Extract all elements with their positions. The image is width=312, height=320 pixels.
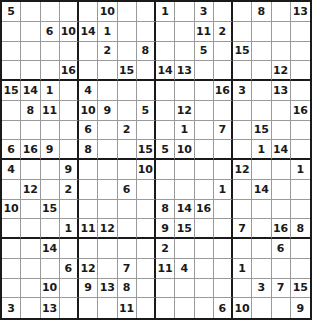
cell-r2c5-given: 14 bbox=[79, 22, 98, 42]
cell-r6c3-given: 11 bbox=[41, 101, 60, 121]
cell-r2c6-given: 1 bbox=[98, 22, 117, 42]
cell-r10c13-empty[interactable] bbox=[233, 180, 252, 200]
cell-r9c3-empty[interactable] bbox=[41, 160, 60, 180]
cell-r1c9-given: 1 bbox=[156, 2, 175, 22]
cell-r16c9-empty[interactable] bbox=[156, 298, 175, 318]
cell-r11c16-empty[interactable] bbox=[291, 200, 310, 220]
cell-r15c14-given: 3 bbox=[252, 279, 271, 299]
cell-r14c8-empty[interactable] bbox=[137, 259, 156, 279]
cell-r1c3-empty[interactable] bbox=[41, 2, 60, 22]
cell-r4c14-empty[interactable] bbox=[252, 61, 271, 81]
cell-r14c5-given: 12 bbox=[79, 259, 98, 279]
cell-r7c1-empty[interactable] bbox=[2, 121, 21, 141]
cell-r7c10-given: 1 bbox=[175, 121, 194, 141]
cell-r13c10-empty[interactable] bbox=[175, 239, 194, 259]
cell-r1c11-given: 3 bbox=[195, 2, 214, 22]
cell-r4c13-empty[interactable] bbox=[233, 61, 252, 81]
cell-r14c6-empty[interactable] bbox=[98, 259, 117, 279]
cell-r9c7-empty[interactable] bbox=[118, 160, 137, 180]
cell-r16c4-empty[interactable] bbox=[60, 298, 79, 318]
cell-r15c2-empty[interactable] bbox=[21, 279, 40, 299]
cell-r16c3-given: 13 bbox=[41, 298, 60, 318]
cell-r16c7-given: 11 bbox=[118, 298, 137, 318]
cell-r14c4-given: 6 bbox=[60, 259, 79, 279]
cell-r1c12-empty[interactable] bbox=[214, 2, 233, 22]
cell-r9c10-empty[interactable] bbox=[175, 160, 194, 180]
cell-r10c1-empty[interactable] bbox=[2, 180, 21, 200]
cell-r6c15-empty[interactable] bbox=[272, 101, 291, 121]
cell-r6c11-empty[interactable] bbox=[195, 101, 214, 121]
cell-r11c12-empty[interactable] bbox=[214, 200, 233, 220]
cell-r2c12-given: 2 bbox=[214, 22, 233, 42]
cell-r4c10-given: 13 bbox=[175, 61, 194, 81]
cell-r1c15-empty[interactable] bbox=[272, 2, 291, 22]
cell-r5c11-empty[interactable] bbox=[195, 81, 214, 101]
cell-r3c5-empty[interactable] bbox=[79, 42, 98, 62]
cell-r16c12-given: 6 bbox=[214, 298, 233, 318]
cell-r11c3-given: 15 bbox=[41, 200, 60, 220]
cell-r2c13-empty[interactable] bbox=[233, 22, 252, 42]
cell-r13c11-empty[interactable] bbox=[195, 239, 214, 259]
cell-r13c13-empty[interactable] bbox=[233, 239, 252, 259]
cell-r2c8-empty[interactable] bbox=[137, 22, 156, 42]
cell-r11c14-empty[interactable] bbox=[252, 200, 271, 220]
cell-r13c9-given: 2 bbox=[156, 239, 175, 259]
cell-r14c11-empty[interactable] bbox=[195, 259, 214, 279]
cell-r4c6-empty[interactable] bbox=[98, 61, 117, 81]
cell-r15c16-given: 15 bbox=[291, 279, 310, 299]
cell-r9c12-empty[interactable] bbox=[214, 160, 233, 180]
cell-r7c3-empty[interactable] bbox=[41, 121, 60, 141]
cell-r10c14-given: 14 bbox=[252, 180, 271, 200]
cell-r11c10-given: 14 bbox=[175, 200, 194, 220]
cell-r15c5-given: 9 bbox=[79, 279, 98, 299]
cell-r15c6-given: 13 bbox=[98, 279, 117, 299]
cell-r9c4-given: 9 bbox=[60, 160, 79, 180]
cell-r13c15-given: 6 bbox=[272, 239, 291, 259]
cell-r3c11-given: 5 bbox=[195, 42, 214, 62]
cell-r11c6-empty[interactable] bbox=[98, 200, 117, 220]
cell-r6c5-given: 10 bbox=[79, 101, 98, 121]
cell-r10c3-empty[interactable] bbox=[41, 180, 60, 200]
cell-r5c12-given: 16 bbox=[214, 81, 233, 101]
cell-r10c7-given: 6 bbox=[118, 180, 137, 200]
cell-r1c14-given: 8 bbox=[252, 2, 271, 22]
cell-r9c16-given: 1 bbox=[291, 160, 310, 180]
cell-r15c13-empty[interactable] bbox=[233, 279, 252, 299]
cell-r4c2-empty[interactable] bbox=[21, 61, 40, 81]
cell-r15c10-empty[interactable] bbox=[175, 279, 194, 299]
cell-r7c16-empty[interactable] bbox=[291, 121, 310, 141]
cell-r9c5-empty[interactable] bbox=[79, 160, 98, 180]
cell-r7c14-given: 15 bbox=[252, 121, 271, 141]
cell-r15c8-empty[interactable] bbox=[137, 279, 156, 299]
cell-r7c13-empty[interactable] bbox=[233, 121, 252, 141]
cell-r5c3-given: 1 bbox=[41, 81, 60, 101]
cell-r5c1-given: 15 bbox=[2, 81, 21, 101]
cell-r5c9-empty[interactable] bbox=[156, 81, 175, 101]
cell-r14c2-empty[interactable] bbox=[21, 259, 40, 279]
cell-r8c2-given: 16 bbox=[21, 140, 40, 160]
cell-r4c9-given: 14 bbox=[156, 61, 175, 81]
cell-r14c14-empty[interactable] bbox=[252, 259, 271, 279]
cell-r15c12-empty[interactable] bbox=[214, 279, 233, 299]
cell-r4c8-empty[interactable] bbox=[137, 61, 156, 81]
cell-r3c8-given: 8 bbox=[137, 42, 156, 62]
cell-r1c6-given: 10 bbox=[98, 2, 117, 22]
cell-r13c7-empty[interactable] bbox=[118, 239, 137, 259]
cell-r13c2-empty[interactable] bbox=[21, 239, 40, 259]
cell-r6c14-empty[interactable] bbox=[252, 101, 271, 121]
cell-r6c10-given: 12 bbox=[175, 101, 194, 121]
cell-r8c4-empty[interactable] bbox=[60, 140, 79, 160]
cell-r1c4-empty[interactable] bbox=[60, 2, 79, 22]
cell-r10c15-empty[interactable] bbox=[272, 180, 291, 200]
cell-r12c8-empty[interactable] bbox=[137, 219, 156, 239]
cell-r11c2-empty[interactable] bbox=[21, 200, 40, 220]
cell-r8c11-empty[interactable] bbox=[195, 140, 214, 160]
cell-r2c3-given: 6 bbox=[41, 22, 60, 42]
cell-r12c4-given: 1 bbox=[60, 219, 79, 239]
cell-r6c4-empty[interactable] bbox=[60, 101, 79, 121]
cell-r5c8-empty[interactable] bbox=[137, 81, 156, 101]
cell-r16c10-empty[interactable] bbox=[175, 298, 194, 318]
cell-r13c16-empty[interactable] bbox=[291, 239, 310, 259]
cell-r2c14-empty[interactable] bbox=[252, 22, 271, 42]
cell-r4c7-given: 15 bbox=[118, 61, 137, 81]
cell-r15c7-given: 8 bbox=[118, 279, 137, 299]
cell-r10c8-empty[interactable] bbox=[137, 180, 156, 200]
cell-r9c6-empty[interactable] bbox=[98, 160, 117, 180]
cell-r9c9-empty[interactable] bbox=[156, 160, 175, 180]
cell-r5c10-empty[interactable] bbox=[175, 81, 194, 101]
cell-r4c12-empty[interactable] bbox=[214, 61, 233, 81]
cell-r6c12-empty[interactable] bbox=[214, 101, 233, 121]
cell-r7c11-empty[interactable] bbox=[195, 121, 214, 141]
cell-r12c14-empty[interactable] bbox=[252, 219, 271, 239]
cell-r6c6-given: 9 bbox=[98, 101, 117, 121]
cell-r2c1-empty[interactable] bbox=[2, 22, 21, 42]
cell-r9c2-empty[interactable] bbox=[21, 160, 40, 180]
cell-r12c7-empty[interactable] bbox=[118, 219, 137, 239]
cell-r10c12-given: 1 bbox=[214, 180, 233, 200]
cell-r3c16-empty[interactable] bbox=[291, 42, 310, 62]
cell-r1c16-given: 13 bbox=[291, 2, 310, 22]
cell-r15c3-given: 10 bbox=[41, 279, 60, 299]
cell-r14c9-given: 11 bbox=[156, 259, 175, 279]
cell-r10c5-empty[interactable] bbox=[79, 180, 98, 200]
cell-r15c9-empty[interactable] bbox=[156, 279, 175, 299]
cell-r11c9-given: 8 bbox=[156, 200, 175, 220]
cell-r16c15-empty[interactable] bbox=[272, 298, 291, 318]
cell-r2c16-empty[interactable] bbox=[291, 22, 310, 42]
cell-r12c5-given: 11 bbox=[79, 219, 98, 239]
cell-r5c13-given: 3 bbox=[233, 81, 252, 101]
cell-r16c16-given: 9 bbox=[291, 298, 310, 318]
cell-r8c10-given: 10 bbox=[175, 140, 194, 160]
cell-r11c5-empty[interactable] bbox=[79, 200, 98, 220]
cell-r8c9-given: 5 bbox=[156, 140, 175, 160]
cell-r12c10-given: 15 bbox=[175, 219, 194, 239]
cell-r16c6-empty[interactable] bbox=[98, 298, 117, 318]
cell-r12c1-empty[interactable] bbox=[2, 219, 21, 239]
cell-r13c5-empty[interactable] bbox=[79, 239, 98, 259]
cell-r3c9-empty[interactable] bbox=[156, 42, 175, 62]
cell-r15c11-empty[interactable] bbox=[195, 279, 214, 299]
cell-r11c4-empty[interactable] bbox=[60, 200, 79, 220]
sudoku-board: 5101381361014111228515161514131215141416… bbox=[0, 0, 312, 320]
cell-r15c15-given: 7 bbox=[272, 279, 291, 299]
cell-r10c10-empty[interactable] bbox=[175, 180, 194, 200]
cell-r3c6-given: 2 bbox=[98, 42, 117, 62]
cell-r9c8-given: 10 bbox=[137, 160, 156, 180]
cell-r13c8-empty[interactable] bbox=[137, 239, 156, 259]
cell-r14c7-given: 7 bbox=[118, 259, 137, 279]
cell-r14c10-given: 4 bbox=[175, 259, 194, 279]
cell-r2c7-empty[interactable] bbox=[118, 22, 137, 42]
cell-r14c13-given: 1 bbox=[233, 259, 252, 279]
cell-r14c1-empty[interactable] bbox=[2, 259, 21, 279]
cell-r8c14-given: 1 bbox=[252, 140, 271, 160]
cell-r9c15-empty[interactable] bbox=[272, 160, 291, 180]
cell-r11c8-empty[interactable] bbox=[137, 200, 156, 220]
cell-r3c4-empty[interactable] bbox=[60, 42, 79, 62]
cell-r10c9-empty[interactable] bbox=[156, 180, 175, 200]
cell-r5c6-empty[interactable] bbox=[98, 81, 117, 101]
cell-r2c15-empty[interactable] bbox=[272, 22, 291, 42]
cell-r3c3-empty[interactable] bbox=[41, 42, 60, 62]
cell-r3c10-empty[interactable] bbox=[175, 42, 194, 62]
cell-r6c13-empty[interactable] bbox=[233, 101, 252, 121]
cell-r12c11-empty[interactable] bbox=[195, 219, 214, 239]
cell-r13c3-given: 14 bbox=[41, 239, 60, 259]
cell-r14c15-empty[interactable] bbox=[272, 259, 291, 279]
cell-r12c2-empty[interactable] bbox=[21, 219, 40, 239]
cell-r5c4-empty[interactable] bbox=[60, 81, 79, 101]
cell-r1c7-empty[interactable] bbox=[118, 2, 137, 22]
cell-r6c9-empty[interactable] bbox=[156, 101, 175, 121]
cell-r8c13-empty[interactable] bbox=[233, 140, 252, 160]
cell-r10c16-empty[interactable] bbox=[291, 180, 310, 200]
cell-r1c13-empty[interactable] bbox=[233, 2, 252, 22]
cell-r3c12-empty[interactable] bbox=[214, 42, 233, 62]
cell-r7c7-given: 2 bbox=[118, 121, 137, 141]
cell-r3c15-empty[interactable] bbox=[272, 42, 291, 62]
cell-r4c1-empty[interactable] bbox=[2, 61, 21, 81]
cell-r12c9-given: 9 bbox=[156, 219, 175, 239]
cell-r12c15-given: 16 bbox=[272, 219, 291, 239]
cell-r12c12-empty[interactable] bbox=[214, 219, 233, 239]
cell-r16c2-empty[interactable] bbox=[21, 298, 40, 318]
cell-r4c4-given: 16 bbox=[60, 61, 79, 81]
cell-r8c16-empty[interactable] bbox=[291, 140, 310, 160]
cell-r2c2-empty[interactable] bbox=[21, 22, 40, 42]
cell-r15c1-empty[interactable] bbox=[2, 279, 21, 299]
cell-r7c6-empty[interactable] bbox=[98, 121, 117, 141]
cell-r8c1-given: 6 bbox=[2, 140, 21, 160]
cell-r4c5-empty[interactable] bbox=[79, 61, 98, 81]
cell-r12c3-empty[interactable] bbox=[41, 219, 60, 239]
cell-r11c15-empty[interactable] bbox=[272, 200, 291, 220]
cell-r7c9-empty[interactable] bbox=[156, 121, 175, 141]
cell-r2c10-empty[interactable] bbox=[175, 22, 194, 42]
cell-r11c7-empty[interactable] bbox=[118, 200, 137, 220]
cell-r7c4-empty[interactable] bbox=[60, 121, 79, 141]
cell-r3c13-given: 15 bbox=[233, 42, 252, 62]
cell-r3c1-empty[interactable] bbox=[2, 42, 21, 62]
cell-r11c13-empty[interactable] bbox=[233, 200, 252, 220]
cell-r7c15-empty[interactable] bbox=[272, 121, 291, 141]
cell-r1c8-empty[interactable] bbox=[137, 2, 156, 22]
cell-r16c11-empty[interactable] bbox=[195, 298, 214, 318]
cell-r5c2-given: 14 bbox=[21, 81, 40, 101]
cell-r11c1-given: 10 bbox=[2, 200, 21, 220]
cell-r2c11-given: 11 bbox=[195, 22, 214, 42]
cell-r10c4-given: 2 bbox=[60, 180, 79, 200]
cell-r5c14-empty[interactable] bbox=[252, 81, 271, 101]
cell-r2c9-empty[interactable] bbox=[156, 22, 175, 42]
cell-r13c6-empty[interactable] bbox=[98, 239, 117, 259]
cell-r9c13-given: 12 bbox=[233, 160, 252, 180]
cell-r8c6-empty[interactable] bbox=[98, 140, 117, 160]
cell-r4c11-empty[interactable] bbox=[195, 61, 214, 81]
cell-r5c7-empty[interactable] bbox=[118, 81, 137, 101]
cell-r10c2-given: 12 bbox=[21, 180, 40, 200]
cell-r6c1-empty[interactable] bbox=[2, 101, 21, 121]
cell-r1c10-empty[interactable] bbox=[175, 2, 194, 22]
cell-r11c11-given: 16 bbox=[195, 200, 214, 220]
cell-r13c4-empty[interactable] bbox=[60, 239, 79, 259]
cell-r6c2-given: 8 bbox=[21, 101, 40, 121]
cell-r3c7-empty[interactable] bbox=[118, 42, 137, 62]
cell-r2c4-given: 10 bbox=[60, 22, 79, 42]
cell-r7c12-given: 7 bbox=[214, 121, 233, 141]
cell-r8c15-given: 14 bbox=[272, 140, 291, 160]
cell-r4c3-empty[interactable] bbox=[41, 61, 60, 81]
cell-r7c2-empty[interactable] bbox=[21, 121, 40, 141]
cell-r7c8-empty[interactable] bbox=[137, 121, 156, 141]
cell-r5c15-given: 13 bbox=[272, 81, 291, 101]
cell-r8c12-empty[interactable] bbox=[214, 140, 233, 160]
cell-r8c8-given: 15 bbox=[137, 140, 156, 160]
cell-r14c16-empty[interactable] bbox=[291, 259, 310, 279]
cell-r12c16-given: 8 bbox=[291, 219, 310, 239]
cell-r10c6-empty[interactable] bbox=[98, 180, 117, 200]
cell-r16c14-empty[interactable] bbox=[252, 298, 271, 318]
cell-r6c7-empty[interactable] bbox=[118, 101, 137, 121]
cell-r16c1-given: 3 bbox=[2, 298, 21, 318]
cell-r9c1-given: 4 bbox=[2, 160, 21, 180]
cell-r8c7-empty[interactable] bbox=[118, 140, 137, 160]
cell-r8c5-given: 8 bbox=[79, 140, 98, 160]
cell-r16c5-empty[interactable] bbox=[79, 298, 98, 318]
cell-r15c4-empty[interactable] bbox=[60, 279, 79, 299]
cell-r10c11-empty[interactable] bbox=[195, 180, 214, 200]
cell-r13c12-empty[interactable] bbox=[214, 239, 233, 259]
cell-r12c13-given: 7 bbox=[233, 219, 252, 239]
cell-r12c6-given: 12 bbox=[98, 219, 117, 239]
cell-r1c1-given: 5 bbox=[2, 2, 21, 22]
cell-r16c13-given: 10 bbox=[233, 298, 252, 318]
cell-r4c15-given: 12 bbox=[272, 61, 291, 81]
cell-r7c5-given: 6 bbox=[79, 121, 98, 141]
cell-r9c14-empty[interactable] bbox=[252, 160, 271, 180]
cell-r13c14-empty[interactable] bbox=[252, 239, 271, 259]
cell-r8c3-given: 9 bbox=[41, 140, 60, 160]
cell-r4c16-empty[interactable] bbox=[291, 61, 310, 81]
cell-r6c8-given: 5 bbox=[137, 101, 156, 121]
cell-r13c1-empty[interactable] bbox=[2, 239, 21, 259]
cell-r14c3-empty[interactable] bbox=[41, 259, 60, 279]
cell-r14c12-empty[interactable] bbox=[214, 259, 233, 279]
cell-r3c2-empty[interactable] bbox=[21, 42, 40, 62]
cell-r5c5-given: 4 bbox=[79, 81, 98, 101]
cell-r6c16-given: 16 bbox=[291, 101, 310, 121]
cell-r9c11-empty[interactable] bbox=[195, 160, 214, 180]
sudoku-puzzle: 5101381361014111228515161514131215141416… bbox=[0, 0, 312, 320]
cell-r5c16-empty[interactable] bbox=[291, 81, 310, 101]
cell-r1c5-empty[interactable] bbox=[79, 2, 98, 22]
cell-r16c8-empty[interactable] bbox=[137, 298, 156, 318]
cell-r3c14-empty[interactable] bbox=[252, 42, 271, 62]
cell-r1c2-empty[interactable] bbox=[21, 2, 40, 22]
